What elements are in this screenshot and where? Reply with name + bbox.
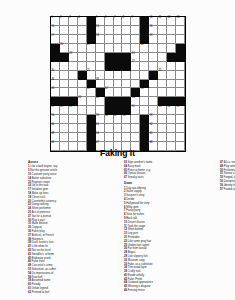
cell-number: 56 [105,115,108,118]
grid-cell[interactable]: 33 [114,71,123,80]
grid-cell[interactable]: 58 [122,115,131,124]
black-cell [105,97,114,106]
clue-list: Across1Like a bad toupee, say5Not the ge… [28,161,208,295]
grid-cell[interactable] [176,124,185,133]
cell-number: 17 [51,35,54,38]
grid-cell[interactable]: 40 [51,88,60,97]
cell-number: 36 [51,79,54,82]
black-cell [176,44,185,53]
clue-number: 21 [124,236,127,239]
grid-cell[interactable] [60,133,69,142]
cell-number: 64 [96,133,99,136]
black-cell [87,115,96,124]
black-cell [122,97,131,106]
grid-cell[interactable] [131,124,140,133]
clue-number: 29 [124,255,127,258]
grid-cell[interactable]: 19 [149,35,158,44]
grid-cell[interactable]: 48 [60,106,69,115]
clue-number: 60 [28,283,31,286]
grid-cell[interactable] [140,71,149,80]
clue-number: 39 [28,241,31,244]
cell-number: 24 [132,53,135,56]
grid-cell[interactable]: 51 [158,106,167,115]
grid-cell[interactable] [78,62,87,71]
clue-number: 12 [124,228,127,231]
grid-cell[interactable] [176,35,185,44]
cell-number: 13 [176,17,179,20]
clue-number: 18 [28,192,31,195]
clue-item: 62Pretend to feel [28,291,112,294]
clue-number: 24 [28,207,31,210]
clue-number: 56 [220,184,223,187]
cell-number: 9 [132,17,133,20]
clue-number: 46 [28,260,31,263]
grid-cell[interactable] [158,44,167,53]
clue-number: 23 [28,203,31,206]
cell-number: 55 [96,115,99,118]
grid-cell[interactable] [122,88,131,97]
cell-number: 63 [51,133,54,136]
grid-cell[interactable] [60,80,69,89]
grid-cell[interactable] [131,35,140,44]
grid-cell[interactable]: 42 [105,88,114,97]
clue-item: 55Deceptive act [220,180,235,183]
cell-number: 22 [141,44,144,47]
clue-number: 5 [124,202,126,205]
grid-cell[interactable]: 4 [78,17,87,26]
grid-cell[interactable] [167,44,176,53]
grid-cell[interactable]: 41 [87,88,96,97]
cell-number: 15 [96,26,99,29]
cell-number: 40 [51,88,54,91]
grid-cell[interactable] [122,133,131,142]
grid-cell[interactable] [87,53,96,62]
grid-cell[interactable] [114,26,123,35]
cell-number: 18 [96,35,99,38]
grid-cell[interactable]: 35 [158,71,167,80]
grid-cell[interactable]: 39 [149,80,158,89]
grid-cell[interactable] [131,133,140,142]
grid-cell[interactable] [131,80,140,89]
grid-cell[interactable] [114,124,123,133]
clue-number: 19 [28,196,31,199]
grid-cell[interactable] [158,26,167,35]
grid-cell[interactable] [122,80,131,89]
grid-cell[interactable] [176,80,185,89]
grid-cell[interactable] [176,115,185,124]
clue-number: 52 [220,176,223,179]
grid-cell[interactable] [69,35,78,44]
cell-number: 61 [96,124,99,127]
black-cell [114,53,123,62]
grid-cell[interactable] [167,115,176,124]
grid-cell[interactable] [105,44,114,53]
grid-cell[interactable] [167,133,176,142]
grid-cell[interactable] [69,115,78,124]
clue-number: 22 [124,240,127,243]
grid-cell[interactable] [60,71,69,80]
clue-number: 67 [124,176,127,179]
grid-cell[interactable] [114,35,123,44]
grid-cell[interactable]: 3 [69,17,78,26]
grid-cell[interactable] [114,88,123,97]
crossword-grid[interactable]: 1234567891011121314151617181920212223242… [50,16,186,152]
cell-number: 28 [168,61,171,64]
grid-cell[interactable]: 2 [60,17,69,26]
clue-number: 31 [28,222,31,225]
grid-cell[interactable] [158,133,167,142]
clue-number: 59 [28,279,31,282]
cell-number: 33 [114,70,117,73]
grid-cell[interactable] [96,44,105,53]
clue-number: 41 [28,245,31,248]
grid-cell[interactable] [96,53,105,62]
cell-number: 43 [141,88,144,91]
clue-number: 14 [28,177,31,180]
grid-cell[interactable]: 21 [87,44,96,53]
cell-number: 65 [150,133,153,136]
cell-number: 58 [123,115,126,118]
grid-cell[interactable] [78,53,87,62]
grid-cell[interactable] [158,80,167,89]
cell-number: 12 [168,17,171,20]
grid-cell[interactable]: 53 [176,106,185,115]
black-cell [140,124,149,133]
cell-number: 51 [159,106,162,109]
grid-cell[interactable] [167,26,176,35]
clue-item: 56Identity thief, e.g. [220,184,235,187]
grid-cell[interactable]: 34 [122,71,131,80]
cell-number: 20 [60,44,63,47]
clue-item: 67Sneaky tactic [124,176,208,179]
grid-cell[interactable] [167,88,176,97]
clue-number: 49 [28,264,31,267]
clue-number: 61 [28,287,31,290]
grid-cell[interactable] [158,124,167,133]
cell-number: 26 [60,61,63,64]
grid-cell[interactable] [131,26,140,35]
clue-number: 38 [124,270,127,273]
clue-number: 3 [124,194,126,197]
cell-number: 52 [168,106,171,109]
grid-cell[interactable] [167,71,176,80]
cell-number: 19 [150,35,153,38]
grid-cell[interactable]: 9 [131,17,140,26]
grid-cell[interactable]: 45 [96,97,105,106]
clue-number: 13 [124,232,127,235]
cell-number: 67 [96,142,99,145]
cell-number: 11 [159,17,162,20]
black-cell [105,53,114,62]
clue-number: 42 [28,249,31,252]
clue-number: 46 [124,289,127,292]
grid-cell[interactable]: 38 [96,80,105,89]
cell-number: 27 [132,61,135,64]
black-cell [114,97,123,106]
grid-cell[interactable] [140,97,149,106]
black-cell [51,44,60,53]
grid-cell[interactable] [105,133,114,142]
grid-cell[interactable] [140,106,149,115]
black-cell [87,26,96,35]
grid-cell[interactable] [60,26,69,35]
cell-number: 10 [150,17,153,20]
clue-number: 2 [124,190,126,193]
grid-cell[interactable] [78,26,87,35]
grid-cell[interactable] [105,124,114,133]
cell-number: 39 [150,79,153,82]
grid-cell[interactable] [122,44,131,53]
clue-number: 35 [28,226,31,229]
clue-item: 57Fooled at poker [220,188,235,191]
clue-number: 64 [124,165,127,168]
black-cell [87,133,96,142]
clue-number: 40 [124,274,127,277]
grid-cell[interactable] [149,53,158,62]
cell-number: 47 [51,106,54,109]
grid-cell[interactable] [69,80,78,89]
cell-number: 66 [51,142,54,145]
grid-cell[interactable]: 12 [167,17,176,26]
grid-cell[interactable] [69,88,78,97]
clue-number: 16 [28,184,31,187]
grid-cell[interactable] [158,53,167,62]
cell-number: 60 [51,124,54,127]
clue-number: 10 [124,221,127,224]
grid-cell[interactable] [96,62,105,71]
black-cell [87,17,96,26]
grid-cell[interactable] [140,62,149,71]
grid-cell[interactable]: 29 [176,62,185,71]
clue-number: 36 [28,230,31,233]
grid-cell[interactable] [114,44,123,53]
clue-number: 7 [124,209,126,212]
clue-item: 48Play unfairly [220,165,235,168]
clue-number: 32 [124,259,127,262]
clue-number: 66 [124,172,127,175]
grid-cell[interactable] [60,124,69,133]
grid-cell[interactable] [167,35,176,44]
grid-cell[interactable] [78,133,87,142]
grid-cell[interactable] [131,115,140,124]
grid-cell[interactable] [158,115,167,124]
grid-cell[interactable] [131,71,140,80]
cell-number: 32 [105,70,108,73]
grid-cell[interactable] [122,35,131,44]
cell-number: 34 [123,70,126,73]
grid-cell[interactable]: 50 [131,106,140,115]
grid-cell[interactable] [87,106,96,115]
cell-number: 30 [51,70,54,73]
cell-number: 68 [150,142,153,145]
clue-number: 43 [28,253,31,256]
clue-number: 5 [28,169,30,172]
grid-cell[interactable] [105,35,114,44]
grid-cell[interactable]: 11 [158,17,167,26]
grid-cell[interactable]: 27 [131,62,140,71]
grid-cell[interactable]: 23 [69,53,78,62]
grid-cell[interactable]: 32 [105,71,114,80]
grid-cell[interactable]: 20 [60,44,69,53]
crossword-page: 1234567891011121314151617181920212223242… [0,0,235,300]
grid-cell[interactable]: 56 [105,115,114,124]
grid-cell[interactable] [69,133,78,142]
grid-cell[interactable]: 49 [69,106,78,115]
black-cell [140,115,149,124]
clue-number: 53 [28,268,31,271]
cell-number: 38 [96,79,99,82]
black-cell [140,26,149,35]
grid-cell[interactable]: 13 [176,17,185,26]
black-cell [140,17,149,26]
grid-cell[interactable]: 52 [167,106,176,115]
clue-number: 48 [220,165,223,168]
cell-number: 49 [69,106,72,109]
clue-number: 10 [28,173,31,176]
cell-number: 54 [51,115,54,118]
cell-number: 42 [105,88,108,91]
cell-number: 50 [132,106,135,109]
grid-cell[interactable]: 57 [114,115,123,124]
clue-number: 9 [124,217,126,220]
cell-number: 2 [60,17,61,20]
cell-number: 57 [114,115,117,118]
grid-cell[interactable] [78,115,87,124]
clue-number: 47 [220,161,223,164]
clue-number: 8 [124,213,126,216]
cell-number: 8 [123,17,124,20]
grid-cell[interactable]: 44 [78,97,87,106]
cell-number: 53 [176,106,179,109]
clue-number: 45 [124,285,127,288]
cell-number: 59 [150,115,153,118]
grid-cell[interactable] [176,71,185,80]
grid-cell[interactable] [167,80,176,89]
clue-number: 62 [28,291,31,294]
clue-item: 47A.k.a. name [220,161,235,164]
cell-number: 14 [51,26,54,29]
grid-cell[interactable]: 31 [87,71,96,80]
cell-number: 46 [132,97,135,100]
cell-number: 31 [87,70,90,73]
clue-item: 46Fencing move [124,289,208,292]
cell-number: 5 [96,17,97,20]
grid-cell[interactable] [78,35,87,44]
grid-cell[interactable]: 43 [140,88,149,97]
grid-cell[interactable] [149,44,158,53]
grid-cell[interactable] [69,26,78,35]
grid-cell[interactable] [60,115,69,124]
grid-cell[interactable]: 26 [60,62,69,71]
grid-cell[interactable] [140,53,149,62]
cell-number: 4 [78,17,79,20]
grid-cell[interactable] [149,62,158,71]
cell-number: 45 [96,97,99,100]
clue-number: 37 [28,234,31,237]
down-header: Down [124,182,208,186]
grid-cell[interactable] [122,26,131,35]
grid-cell[interactable]: 18 [96,35,105,44]
grid-cell[interactable]: 7 [114,17,123,26]
clue-number: 57 [220,188,223,191]
clue-number: 34 [124,266,127,269]
cell-number: 48 [60,106,63,109]
cell-number: 37 [78,79,81,82]
black-cell [140,133,149,142]
grid-cell[interactable] [176,133,185,142]
cell-number: 44 [78,97,81,100]
grid-cell[interactable] [149,97,158,106]
clue-number: 17 [28,188,31,191]
cell-number: 35 [159,70,162,73]
clue-number: 26 [124,247,127,250]
cell-number: 6 [105,17,106,20]
grid-cell[interactable] [149,88,158,97]
cell-number: 3 [69,17,70,20]
black-cell [87,124,96,133]
clue-number: 1 [28,165,30,168]
grid-cell[interactable] [167,124,176,133]
clue-number: 25 [28,211,31,214]
grid-cell[interactable] [158,88,167,97]
clue-number: 54 [28,272,31,275]
cell-number: 16 [150,26,153,29]
cell-number: 7 [114,17,115,20]
clue-number: 55 [220,180,223,183]
grid-cell[interactable] [60,88,69,97]
grid-cell[interactable]: 28 [167,62,176,71]
grid-cell[interactable] [105,26,114,35]
grid-cell[interactable]: 8 [122,17,131,26]
grid-cell[interactable]: 17 [51,35,60,44]
grid-cell[interactable]: 22 [140,44,149,53]
cell-number: 23 [69,53,72,56]
grid-cell[interactable] [122,124,131,133]
grid-cell[interactable] [78,106,87,115]
clue-number: 27 [28,215,31,218]
cell-number: 62 [150,124,153,127]
grid-cell[interactable] [114,80,123,89]
clue-number: 63 [124,161,127,164]
grid-cell[interactable]: 37 [78,80,87,89]
puzzle-title: Faking It [0,148,235,158]
black-cell [122,53,131,62]
grid-cell[interactable] [69,71,78,80]
grid-cell[interactable] [176,88,185,97]
cell-number: 1 [51,17,52,20]
grid-cell[interactable] [87,97,96,106]
grid-cell[interactable] [114,133,123,142]
cell-number: 41 [87,88,90,91]
grid-cell[interactable]: 6 [105,17,114,26]
cell-number: 29 [176,61,179,64]
grid-cell[interactable] [176,26,185,35]
grid-cell[interactable] [78,124,87,133]
grid-cell[interactable] [158,35,167,44]
cell-number: 21 [87,44,90,47]
clue-number: 51 [220,172,223,175]
cell-number: 25 [51,61,54,64]
grid-cell[interactable] [69,124,78,133]
grid-cell[interactable] [69,62,78,71]
grid-cell[interactable] [78,44,87,53]
clue-number: 28 [124,251,127,254]
clue-number: 4 [124,198,126,201]
